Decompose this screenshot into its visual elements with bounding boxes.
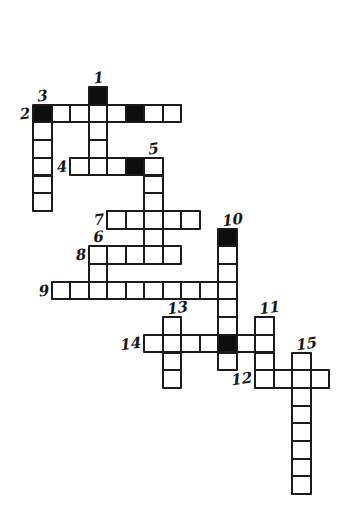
white-cell-r16c13[interactable]	[273, 369, 294, 389]
white-cell-r9c7[interactable]	[162, 245, 183, 265]
black-cell-r4c5	[125, 157, 146, 177]
clue-number-7: 7	[92, 212, 104, 228]
clue-number-10: 10	[220, 211, 243, 229]
white-cell-r7c4[interactable]	[106, 210, 127, 230]
white-cell-r6c6[interactable]	[143, 192, 164, 212]
white-cell-r17c14[interactable]	[291, 387, 312, 407]
white-cell-r11c4[interactable]	[106, 281, 127, 301]
white-cell-r10c10[interactable]	[217, 263, 238, 283]
white-cell-r4c2[interactable]	[69, 157, 90, 177]
clue-number-14: 14	[118, 335, 141, 353]
white-cell-r1c4[interactable]	[106, 104, 127, 124]
white-cell-r1c7[interactable]	[162, 104, 183, 124]
white-cell-r22c14[interactable]	[291, 475, 312, 495]
black-cell-r0c3	[88, 86, 109, 106]
crossword-page: 123456789101112131415	[0, 0, 360, 525]
white-cell-r15c10[interactable]	[217, 352, 238, 372]
white-cell-r4c4[interactable]	[106, 157, 127, 177]
clue-number-3: 3	[35, 88, 47, 104]
white-cell-r7c6[interactable]	[143, 210, 164, 230]
white-cell-r14c9[interactable]	[199, 334, 220, 354]
white-cell-r1c6[interactable]	[143, 104, 164, 124]
white-cell-r11c6[interactable]	[143, 281, 164, 301]
black-cell-r14c10	[217, 334, 238, 354]
white-cell-r3c3[interactable]	[88, 139, 109, 159]
white-cell-r4c3[interactable]	[88, 157, 109, 177]
crossword-board: 123456789101112131415	[33, 87, 329, 494]
clue-number-8: 8	[73, 248, 85, 264]
clue-number-13: 13	[165, 300, 188, 318]
white-cell-r7c8[interactable]	[180, 210, 201, 230]
clue-number-9: 9	[36, 283, 48, 299]
black-cell-r1c5	[125, 104, 146, 124]
white-cell-r9c4[interactable]	[106, 245, 127, 265]
clue-number-12: 12	[229, 371, 252, 389]
white-cell-r13c7[interactable]	[162, 316, 183, 336]
white-cell-r1c2[interactable]	[69, 104, 90, 124]
white-cell-r20c14[interactable]	[291, 440, 312, 460]
white-cell-r3c0[interactable]	[32, 139, 53, 159]
clue-number-15: 15	[294, 335, 317, 353]
white-cell-r4c0[interactable]	[32, 157, 53, 177]
white-cell-r11c2[interactable]	[69, 281, 90, 301]
white-cell-r16c12[interactable]	[254, 369, 275, 389]
clue-number-11: 11	[257, 300, 280, 318]
white-cell-r14c7[interactable]	[162, 334, 183, 354]
clue-number-1: 1	[91, 70, 103, 86]
white-cell-r9c6[interactable]	[143, 245, 164, 265]
white-cell-r10c3[interactable]	[88, 263, 109, 283]
white-cell-r4c6[interactable]	[143, 157, 164, 177]
clue-number-6: 6	[91, 230, 103, 246]
white-cell-r11c9[interactable]	[199, 281, 220, 301]
white-cell-r14c11[interactable]	[236, 334, 257, 354]
white-cell-r14c6[interactable]	[143, 334, 164, 354]
white-cell-r11c5[interactable]	[125, 281, 146, 301]
white-cell-r16c7[interactable]	[162, 369, 183, 389]
clue-number-2: 2	[18, 106, 30, 122]
white-cell-r13c12[interactable]	[254, 316, 275, 336]
clue-number-5: 5	[146, 141, 158, 157]
white-cell-r9c5[interactable]	[125, 245, 146, 265]
white-cell-r7c7[interactable]	[162, 210, 183, 230]
white-cell-r1c1[interactable]	[51, 104, 72, 124]
white-cell-r11c3[interactable]	[88, 281, 109, 301]
white-cell-r16c15[interactable]	[310, 369, 331, 389]
white-cell-r14c12[interactable]	[254, 334, 275, 354]
white-cell-r13c10[interactable]	[217, 316, 238, 336]
white-cell-r14c8[interactable]	[180, 334, 201, 354]
white-cell-r16c14[interactable]	[291, 369, 312, 389]
white-cell-r7c5[interactable]	[125, 210, 146, 230]
clue-number-4: 4	[55, 159, 67, 175]
white-cell-r11c1[interactable]	[51, 281, 72, 301]
white-cell-r6c0[interactable]	[32, 192, 53, 212]
